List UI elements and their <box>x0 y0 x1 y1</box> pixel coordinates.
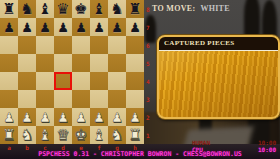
pspchess-screen: ♜♞♝♛♚♝♞♜♟♟♟♟♟♟♟♟♟♟♟♟♟♟♟♟♜♞♝♛♚♝♞♜ 8765432… <box>0 0 280 159</box>
square-a2[interactable]: ♟ <box>0 108 18 126</box>
piece-white-pawn: ♟ <box>111 111 123 124</box>
piece-white-pawn: ♟ <box>3 111 15 124</box>
piece-black-pawn: ♟ <box>129 21 141 34</box>
square-d7[interactable]: ♟ <box>54 18 72 36</box>
square-f4[interactable] <box>90 72 108 90</box>
square-d8[interactable]: ♛ <box>54 0 72 18</box>
square-e1[interactable]: ♚ <box>72 126 90 144</box>
rank-label-5: 5 <box>146 54 153 72</box>
piece-black-knight: ♞ <box>20 2 33 17</box>
captured-pieces-panel: CAPTURED PIECES <box>157 35 280 119</box>
square-d6[interactable] <box>54 36 72 54</box>
square-h8[interactable]: ♜ <box>126 0 144 18</box>
square-e7[interactable]: ♟ <box>72 18 90 36</box>
piece-black-pawn: ♟ <box>21 21 33 34</box>
piece-black-pawn: ♟ <box>75 21 87 34</box>
rank-label-2: 2 <box>146 108 153 126</box>
square-e6[interactable] <box>72 36 90 54</box>
square-a6[interactable] <box>0 36 18 54</box>
rank-label-7: 7 <box>146 18 153 36</box>
square-c2[interactable]: ♟ <box>36 108 54 126</box>
piece-white-pawn: ♟ <box>39 111 51 124</box>
square-b1[interactable]: ♞ <box>18 126 36 144</box>
square-e5[interactable] <box>72 54 90 72</box>
square-d1[interactable]: ♛ <box>54 126 72 144</box>
square-b6[interactable] <box>18 36 36 54</box>
rank-label-6: 6 <box>146 36 153 54</box>
square-c5[interactable] <box>36 54 54 72</box>
piece-white-rook: ♜ <box>2 128 15 143</box>
rank-label-1: 1 <box>146 126 153 144</box>
piece-white-knight: ♞ <box>110 128 123 143</box>
square-h2[interactable]: ♟ <box>126 108 144 126</box>
player-row-white: HUMAN 10:00 <box>192 139 276 146</box>
piece-black-pawn: ♟ <box>57 21 69 34</box>
piece-white-queen: ♛ <box>56 128 69 143</box>
to-move-value: WHITE <box>200 4 230 13</box>
square-a1[interactable]: ♜ <box>0 126 18 144</box>
square-c8[interactable]: ♝ <box>36 0 54 18</box>
square-a5[interactable] <box>0 54 18 72</box>
piece-white-pawn: ♟ <box>75 111 87 124</box>
square-f1[interactable]: ♝ <box>90 126 108 144</box>
piece-white-pawn: ♟ <box>57 111 69 124</box>
piece-white-bishop: ♝ <box>92 128 105 143</box>
square-f8[interactable]: ♝ <box>90 0 108 18</box>
square-f5[interactable] <box>90 54 108 72</box>
piece-black-pawn: ♟ <box>3 21 15 34</box>
square-h6[interactable] <box>126 36 144 54</box>
square-a8[interactable]: ♜ <box>0 0 18 18</box>
square-d5[interactable] <box>54 54 72 72</box>
square-h4[interactable] <box>126 72 144 90</box>
square-b5[interactable] <box>18 54 36 72</box>
square-g2[interactable]: ♟ <box>108 108 126 126</box>
chess-board[interactable]: ♜♞♝♛♚♝♞♜♟♟♟♟♟♟♟♟♟♟♟♟♟♟♟♟♜♞♝♛♚♝♞♜ <box>0 0 144 144</box>
square-a7[interactable]: ♟ <box>0 18 18 36</box>
piece-black-rook: ♜ <box>128 2 141 17</box>
square-g5[interactable] <box>108 54 126 72</box>
square-e2[interactable]: ♟ <box>72 108 90 126</box>
square-g3[interactable] <box>108 90 126 108</box>
square-c6[interactable] <box>36 36 54 54</box>
player-clock: 10:00 <box>258 139 276 146</box>
square-g7[interactable]: ♟ <box>108 18 126 36</box>
square-b8[interactable]: ♞ <box>18 0 36 18</box>
square-d2[interactable]: ♟ <box>54 108 72 126</box>
square-f6[interactable] <box>90 36 108 54</box>
piece-black-king: ♚ <box>74 2 87 17</box>
piece-white-pawn: ♟ <box>21 111 33 124</box>
status-bar: PSPCHESS 0.31 - CHRISTOPHER BOWRON - CHE… <box>0 150 280 158</box>
square-h5[interactable] <box>126 54 144 72</box>
piece-black-rook: ♜ <box>2 2 15 17</box>
square-g4[interactable] <box>108 72 126 90</box>
to-move-indicator: TO MOVE:WHITE <box>152 4 230 13</box>
square-h3[interactable] <box>126 90 144 108</box>
square-f7[interactable]: ♟ <box>90 18 108 36</box>
square-b3[interactable] <box>18 90 36 108</box>
piece-black-bishop: ♝ <box>38 2 51 17</box>
square-b2[interactable]: ♟ <box>18 108 36 126</box>
square-g8[interactable]: ♞ <box>108 0 126 18</box>
square-c1[interactable]: ♝ <box>36 126 54 144</box>
rank-label-3: 3 <box>146 90 153 108</box>
piece-black-knight: ♞ <box>110 2 123 17</box>
square-c4[interactable] <box>36 72 54 90</box>
piece-white-pawn: ♟ <box>93 111 105 124</box>
square-h7[interactable]: ♟ <box>126 18 144 36</box>
square-c3[interactable] <box>36 90 54 108</box>
piece-black-pawn: ♟ <box>39 21 51 34</box>
piece-white-knight: ♞ <box>20 128 33 143</box>
piece-white-king: ♚ <box>74 128 87 143</box>
square-g6[interactable] <box>108 36 126 54</box>
piece-white-rook: ♜ <box>128 128 141 143</box>
player-name: HUMAN <box>192 139 210 146</box>
square-e4[interactable] <box>72 72 90 90</box>
piece-white-bishop: ♝ <box>38 128 51 143</box>
captured-pieces-title: CAPTURED PIECES <box>159 37 278 51</box>
piece-black-pawn: ♟ <box>111 21 123 34</box>
piece-black-queen: ♛ <box>56 2 69 17</box>
piece-white-pawn: ♟ <box>129 111 141 124</box>
piece-black-bishop: ♝ <box>92 2 105 17</box>
background-piece-silhouette <box>244 0 260 40</box>
square-h1[interactable]: ♜ <box>126 126 144 144</box>
square-f3[interactable] <box>90 90 108 108</box>
square-g1[interactable]: ♞ <box>108 126 126 144</box>
square-e3[interactable] <box>72 90 90 108</box>
square-b7[interactable]: ♟ <box>18 18 36 36</box>
square-b4[interactable] <box>18 72 36 90</box>
to-move-label: TO MOVE: <box>152 4 195 13</box>
square-c7[interactable]: ♟ <box>36 18 54 36</box>
square-f2[interactable]: ♟ <box>90 108 108 126</box>
piece-black-pawn: ♟ <box>93 21 105 34</box>
rank-labels: 87654321 <box>146 0 153 144</box>
square-a3[interactable] <box>0 90 18 108</box>
rank-label-4: 4 <box>146 72 153 90</box>
square-d3[interactable] <box>54 90 72 108</box>
square-a4[interactable] <box>0 72 18 90</box>
square-e8[interactable]: ♚ <box>72 0 90 18</box>
square-d4[interactable] <box>54 72 72 90</box>
